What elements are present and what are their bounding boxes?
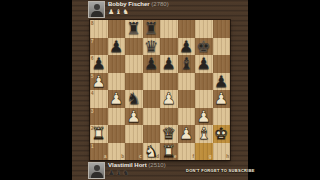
piece-white-knight[interactable]: ♞ [143,143,161,161]
square-d7[interactable]: ♛ [143,38,161,56]
square-c5[interactable] [125,73,143,91]
square-f4[interactable] [178,90,196,108]
square-e6[interactable]: ♟ [160,55,178,73]
square-d1[interactable]: d♞ [143,143,161,161]
square-b8[interactable] [108,20,126,38]
square-f6[interactable]: ♝ [178,55,196,73]
square-e4[interactable]: ♟ [160,90,178,108]
piece-white-king[interactable]: ♚ [213,125,231,143]
player-bottom-captured-pieces: ♟♝♞ [108,169,166,177]
avatar-head-shape [94,4,100,10]
square-d3[interactable] [143,108,161,126]
piece-black-knight[interactable]: ♞ [125,90,143,108]
square-g6[interactable]: ♟ [195,55,213,73]
player-top: Bobby Fischer (2780) ♟♝♞ [88,1,169,18]
avatar-torso-shape [91,172,103,180]
piece-black-pawn[interactable]: ♟ [178,38,196,56]
piece-white-rook[interactable]: ♜ [90,125,108,143]
piece-white-pawn[interactable]: ♟ [125,108,143,126]
square-e8[interactable] [160,20,178,38]
chess-board: 8♜♜7♟♛♟♚6♟♟♟♝♟5♟♟4♟♞♟♟3♟♟2♜♛♟♝♚1abcd♞e♜f… [90,20,230,160]
square-a3[interactable]: 3 [90,108,108,126]
square-a6[interactable]: 6♟ [90,55,108,73]
square-e5[interactable] [160,73,178,91]
square-h3[interactable] [213,108,231,126]
square-e7[interactable] [160,38,178,56]
piece-black-rook[interactable]: ♜ [143,20,161,38]
square-e2[interactable]: ♛ [160,125,178,143]
piece-black-bishop[interactable]: ♝ [178,55,196,73]
piece-black-pawn[interactable]: ♟ [160,55,178,73]
player-bottom: Vlastimil Hort (2510) ♟♝♞ [88,162,166,179]
piece-black-king[interactable]: ♚ [195,38,213,56]
square-g4[interactable] [195,90,213,108]
file-label-h: h [226,154,229,159]
square-h4[interactable]: ♟ [213,90,231,108]
rank-label-7: 7 [91,39,94,44]
square-d6[interactable]: ♟ [143,55,161,73]
square-b5[interactable] [108,73,126,91]
square-d2[interactable] [143,125,161,143]
square-d5[interactable] [143,73,161,91]
square-a1[interactable]: 1a [90,143,108,161]
square-g3[interactable]: ♟ [195,108,213,126]
square-a4[interactable]: 4 [90,90,108,108]
player-bottom-rating: (2510) [148,162,165,168]
square-b4[interactable]: ♟ [108,90,126,108]
piece-white-pawn[interactable]: ♟ [160,90,178,108]
piece-black-pawn[interactable]: ♟ [143,55,161,73]
player-top-captured-pieces: ♟♝♞ [108,8,169,16]
square-e3[interactable] [160,108,178,126]
square-f8[interactable] [178,20,196,38]
square-h8[interactable] [213,20,231,38]
square-d8[interactable]: ♜ [143,20,161,38]
square-a5[interactable]: 5♟ [90,73,108,91]
pillarbox-right [248,0,320,180]
square-d4[interactable] [143,90,161,108]
square-f5[interactable] [178,73,196,91]
square-c8[interactable]: ♜ [125,20,143,38]
square-c3[interactable]: ♟ [125,108,143,126]
piece-black-pawn[interactable]: ♟ [108,38,126,56]
square-c6[interactable] [125,55,143,73]
piece-black-pawn[interactable]: ♟ [195,55,213,73]
piece-white-queen[interactable]: ♛ [160,125,178,143]
square-a2[interactable]: 2♜ [90,125,108,143]
player-bottom-photo [88,162,105,179]
square-a8[interactable]: 8 [90,20,108,38]
square-c7[interactable] [125,38,143,56]
square-h6[interactable] [213,55,231,73]
subscribe-banner: DON'T FORGET TO SUBSCRIBE [186,168,244,173]
square-c2[interactable] [125,125,143,143]
piece-white-pawn[interactable]: ♟ [213,90,231,108]
square-e1[interactable]: e♜ [160,143,178,161]
rank-label-8: 8 [91,21,94,26]
piece-black-pawn[interactable]: ♟ [90,55,108,73]
file-label-g: g [209,154,212,159]
player-top-name: Bobby Fischer (2780) [108,1,169,8]
piece-white-rook[interactable]: ♜ [160,143,178,161]
square-f1[interactable]: f [178,143,196,161]
square-b7[interactable]: ♟ [108,38,126,56]
player-top-photo [88,1,105,18]
piece-black-pawn[interactable]: ♟ [213,73,231,91]
square-g5[interactable] [195,73,213,91]
square-h1[interactable]: h [213,143,231,161]
square-g2[interactable]: ♝ [195,125,213,143]
square-h7[interactable] [213,38,231,56]
piece-white-bishop[interactable]: ♝ [195,125,213,143]
square-c1[interactable]: c [125,143,143,161]
rank-label-4: 4 [91,91,94,96]
game-stage: Bobby Fischer (2780) ♟♝♞ 8♜♜7♟♛♟♚6♟♟♟♝♟5… [72,0,248,180]
square-b1[interactable]: b [108,143,126,161]
video-frame: Bobby Fischer (2780) ♟♝♞ 8♜♜7♟♛♟♚6♟♟♟♝♟5… [0,0,320,180]
square-c4[interactable]: ♞ [125,90,143,108]
file-label-f: f [193,154,195,159]
square-h5[interactable]: ♟ [213,73,231,91]
square-b3[interactable] [108,108,126,126]
square-f7[interactable]: ♟ [178,38,196,56]
piece-white-pawn[interactable]: ♟ [108,90,126,108]
square-g1[interactable]: g [195,143,213,161]
square-b6[interactable] [108,55,126,73]
avatar-torso-shape [91,11,103,19]
square-f3[interactable] [178,108,196,126]
rank-label-3: 3 [91,109,94,114]
file-label-a: a [104,154,107,159]
square-g8[interactable] [195,20,213,38]
square-g7[interactable]: ♚ [195,38,213,56]
rank-label-1: 1 [91,144,94,149]
square-h2[interactable]: ♚ [213,125,231,143]
square-b2[interactable] [108,125,126,143]
square-a7[interactable]: 7 [90,38,108,56]
piece-white-pawn[interactable]: ♟ [195,108,213,126]
pillarbox-left [0,0,72,180]
player-bottom-name: Vlastimil Hort (2510) [108,162,166,169]
piece-black-rook[interactable]: ♜ [125,20,143,38]
piece-white-pawn[interactable]: ♟ [90,73,108,91]
avatar-head-shape [94,165,100,171]
file-label-c: c [139,154,142,159]
piece-black-queen[interactable]: ♛ [143,38,161,56]
player-top-rating: (2780) [151,1,168,7]
square-f2[interactable]: ♟ [178,125,196,143]
file-label-b: b [121,154,124,159]
piece-white-pawn[interactable]: ♟ [178,125,196,143]
